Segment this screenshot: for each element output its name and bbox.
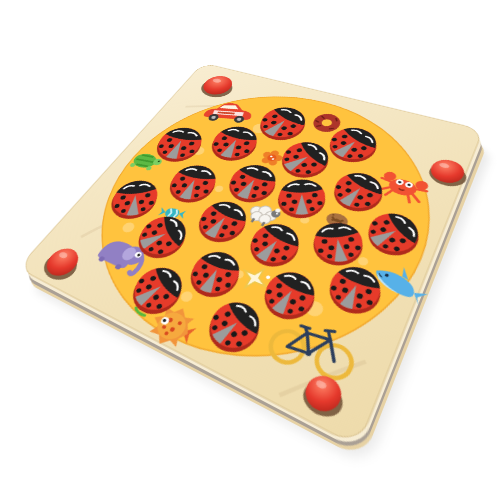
product-photo-stage xyxy=(0,0,500,500)
game-board xyxy=(18,63,483,447)
